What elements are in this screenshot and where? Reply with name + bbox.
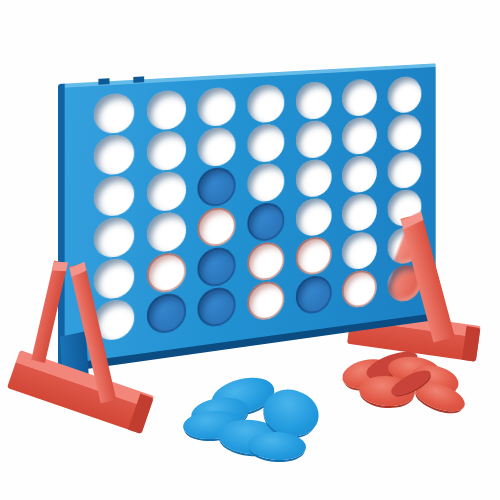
cell-c6-r3-empty[interactable] bbox=[342, 154, 377, 194]
cell-c4-r5-red-disc[interactable] bbox=[247, 241, 284, 283]
cell-c6-r5-empty[interactable] bbox=[342, 231, 377, 271]
cell-c6-r4-empty[interactable] bbox=[342, 192, 377, 232]
cell-c2-r4-empty[interactable] bbox=[147, 211, 186, 254]
cell-c1-r4-empty[interactable] bbox=[94, 216, 134, 259]
cell-c5-r5-red-disc[interactable] bbox=[296, 235, 332, 276]
cell-c6-r2-empty[interactable] bbox=[342, 116, 377, 155]
board-grid bbox=[65, 63, 436, 365]
cell-c7-r2-empty[interactable] bbox=[388, 113, 422, 151]
cell-c1-r3-empty[interactable] bbox=[94, 175, 134, 218]
cell-c5-r6-blue-disc[interactable] bbox=[296, 274, 332, 316]
cell-c5-r1-empty[interactable] bbox=[296, 81, 332, 120]
cell-c4-r3-empty[interactable] bbox=[247, 162, 284, 203]
cell-c4-r4-blue-disc[interactable] bbox=[247, 201, 284, 242]
cell-c3-r4-red-disc[interactable] bbox=[198, 206, 236, 248]
connect-four-scene bbox=[0, 0, 500, 500]
cell-c4-r6-red-disc[interactable] bbox=[247, 280, 284, 322]
cell-c3-r3-blue-disc[interactable] bbox=[198, 166, 236, 208]
cell-c3-r2-empty[interactable] bbox=[198, 126, 236, 167]
cell-c2-r6-blue-disc[interactable] bbox=[147, 292, 186, 336]
cell-c7-r3-empty[interactable] bbox=[388, 151, 422, 190]
cell-c5-r2-empty[interactable] bbox=[296, 120, 332, 160]
cell-c3-r1-empty[interactable] bbox=[198, 87, 236, 128]
cell-c7-r1-empty[interactable] bbox=[388, 76, 422, 114]
cell-c4-r1-empty[interactable] bbox=[247, 84, 284, 124]
cell-c1-r2-empty[interactable] bbox=[94, 134, 134, 176]
cell-c2-r3-empty[interactable] bbox=[147, 170, 186, 212]
cell-c6-r1-empty[interactable] bbox=[342, 78, 377, 117]
cell-c3-r5-blue-disc[interactable] bbox=[198, 246, 236, 288]
cell-c2-r2-empty[interactable] bbox=[147, 130, 186, 172]
cell-c2-r5-red-disc[interactable] bbox=[147, 251, 186, 294]
cell-c3-r6-blue-disc[interactable] bbox=[198, 286, 236, 329]
cell-c1-r5-empty[interactable] bbox=[94, 257, 134, 301]
connect-four-board bbox=[58, 63, 436, 366]
cell-c4-r2-empty[interactable] bbox=[247, 123, 284, 163]
cell-c6-r6-red-disc[interactable] bbox=[342, 269, 377, 310]
cell-c5-r4-empty[interactable] bbox=[296, 197, 332, 238]
cell-c1-r1-empty[interactable] bbox=[94, 93, 134, 135]
cell-c2-r1-empty[interactable] bbox=[147, 90, 186, 131]
cell-c5-r3-empty[interactable] bbox=[296, 158, 332, 198]
